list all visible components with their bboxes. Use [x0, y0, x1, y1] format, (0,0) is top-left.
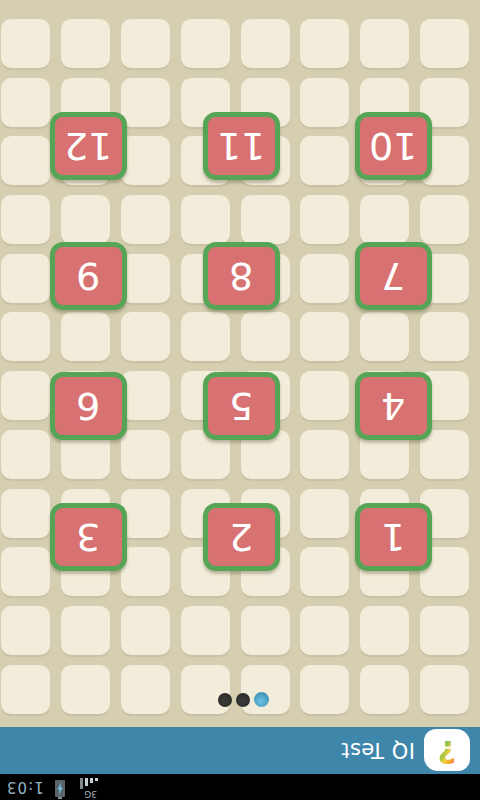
board-cell	[1, 254, 50, 303]
number-tile-4[interactable]: 4	[355, 372, 432, 440]
number-tile-9[interactable]: 9	[50, 242, 127, 310]
board-cell	[1, 136, 50, 185]
board-cell	[121, 430, 170, 479]
tile-number-label: 10	[369, 127, 417, 165]
tile-number-label: 3	[76, 518, 100, 556]
number-tile-7[interactable]: 7	[355, 242, 432, 310]
board-cell	[61, 312, 110, 361]
number-tile-3[interactable]: 3	[50, 503, 127, 571]
board-cell	[61, 195, 110, 244]
board-cell	[1, 665, 50, 714]
board-cell	[181, 19, 230, 68]
screen: 121110987654321 ?	[0, 0, 480, 800]
board-cell	[121, 489, 170, 538]
board-cell	[61, 19, 110, 68]
board-cell	[300, 312, 349, 361]
board-cell	[1, 19, 50, 68]
page-indicator-dot	[236, 693, 250, 707]
board-cell	[121, 136, 170, 185]
board-cell	[360, 606, 409, 655]
tile-number-label: 7	[381, 257, 405, 295]
board-cell	[420, 430, 469, 479]
app-icon: ?	[424, 730, 470, 772]
page-indicator-dot	[218, 693, 232, 707]
board-cell	[1, 78, 50, 127]
board-cell	[300, 430, 349, 479]
board-cell	[121, 19, 170, 68]
page-indicator	[218, 692, 269, 707]
app-title: IQ Test	[341, 739, 415, 763]
board-cell	[121, 195, 170, 244]
number-tile-5[interactable]: 5	[203, 372, 280, 440]
svg-text:?: ?	[438, 735, 457, 771]
tile-number-label: 8	[229, 257, 253, 295]
board-cell	[241, 19, 290, 68]
board-cell	[241, 195, 290, 244]
board-cell	[121, 371, 170, 420]
number-tile-6[interactable]: 6	[50, 372, 127, 440]
signal-3g-icon: 3G	[76, 774, 100, 800]
board-cell	[360, 665, 409, 714]
tile-number-label: 1	[381, 518, 405, 556]
board-cell	[420, 665, 469, 714]
tile-number-label: 11	[217, 127, 265, 165]
board-cell	[121, 312, 170, 361]
board-cell	[1, 606, 50, 655]
board-cell	[360, 19, 409, 68]
board-cell	[300, 195, 349, 244]
number-tile-11[interactable]: 11	[203, 112, 280, 180]
board-cell	[300, 371, 349, 420]
number-tile-1[interactable]: 1	[355, 503, 432, 571]
board-cell	[360, 195, 409, 244]
board-cell	[241, 312, 290, 361]
board-cell	[300, 665, 349, 714]
board-cell	[1, 489, 50, 538]
board-cell	[1, 430, 50, 479]
tile-number-label: 4	[381, 387, 405, 425]
tile-number-label: 9	[76, 257, 100, 295]
board-cell	[1, 195, 50, 244]
board-cell	[300, 19, 349, 68]
board-cell	[420, 195, 469, 244]
tile-number-label: 5	[229, 387, 253, 425]
number-tile-10[interactable]: 10	[355, 112, 432, 180]
battery-charging-icon	[53, 775, 67, 799]
board-cell	[1, 312, 50, 361]
tile-number-label: 6	[76, 387, 100, 425]
board-cell	[420, 19, 469, 68]
tile-number-label: 12	[64, 127, 112, 165]
board-cell	[300, 136, 349, 185]
board-cell	[420, 606, 469, 655]
board-cell	[181, 312, 230, 361]
board-cell	[61, 665, 110, 714]
board-cell	[121, 254, 170, 303]
number-tile-2[interactable]: 2	[203, 503, 280, 571]
board-cell	[300, 606, 349, 655]
board-cell	[300, 254, 349, 303]
board-cell	[181, 195, 230, 244]
board-cell	[121, 665, 170, 714]
network-type-label: 3G	[84, 790, 97, 800]
board-cell	[181, 606, 230, 655]
tile-number-label: 2	[229, 518, 253, 556]
number-tile-8[interactable]: 8	[203, 242, 280, 310]
app-bar: ? IQ Test	[0, 727, 480, 774]
board-cell	[360, 312, 409, 361]
board-cell	[241, 606, 290, 655]
board-cell	[1, 547, 50, 596]
board-cell	[121, 78, 170, 127]
board-cell	[300, 78, 349, 127]
status-clock: 1:03	[6, 778, 44, 796]
board-cell	[1, 371, 50, 420]
board-cell	[420, 312, 469, 361]
board-cell	[61, 606, 110, 655]
rainbow-question-mark-icon: ?	[432, 731, 462, 771]
board-cell	[300, 489, 349, 538]
board-cell	[300, 547, 349, 596]
board-cell	[121, 547, 170, 596]
board-cell	[121, 606, 170, 655]
status-bar: 3G 1:03	[0, 774, 480, 800]
number-tile-12[interactable]: 12	[50, 112, 127, 180]
page-indicator-dot-active	[254, 692, 269, 707]
